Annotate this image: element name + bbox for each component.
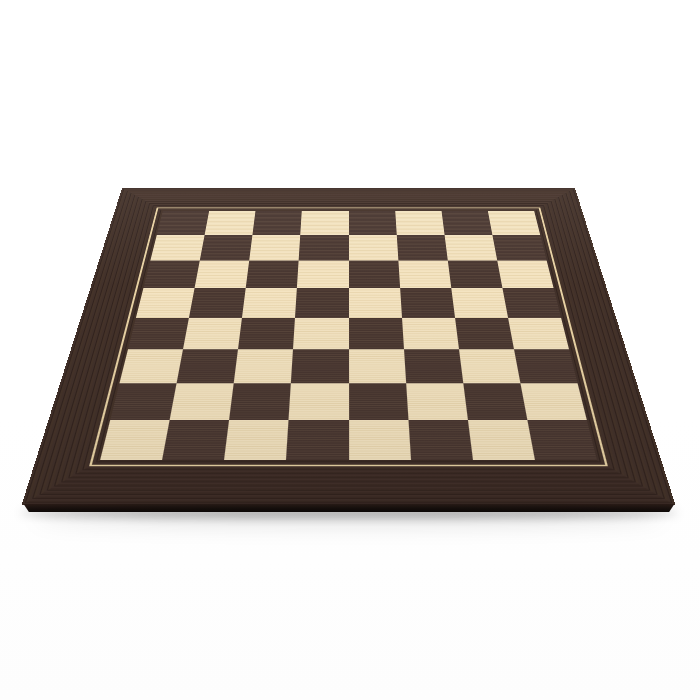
square-c6 [246,261,299,288]
square-c2 [229,383,291,420]
square-d7 [299,235,349,261]
square-b5 [189,288,246,317]
square-e4 [349,318,404,350]
square-a3 [119,349,183,383]
square-c4 [238,318,295,350]
square-b6 [195,261,250,288]
square-a8 [157,211,209,235]
square-f5 [400,288,455,317]
square-c1 [224,420,289,460]
square-g1 [468,420,535,460]
board-frame-top-rail [115,188,582,211]
square-g4 [455,318,514,350]
square-h2 [520,383,587,420]
square-c3 [234,349,293,383]
playing-field [100,211,597,460]
square-h7 [492,235,546,261]
square-f2 [406,383,468,420]
square-a6 [143,261,199,288]
square-b7 [200,235,253,261]
square-e7 [349,235,399,261]
square-g3 [459,349,521,383]
board-perspective-scene [0,0,700,700]
square-a7 [150,235,204,261]
square-d4 [293,318,348,350]
square-a2 [110,383,177,420]
board-cast-shadow-soft [34,510,664,525]
square-e3 [349,349,406,383]
square-h8 [488,211,540,235]
square-c8 [253,211,302,235]
square-h6 [497,261,553,288]
square-b2 [170,383,234,420]
square-e2 [349,383,409,420]
square-h4 [508,318,569,350]
square-h3 [514,349,578,383]
square-d8 [301,211,349,235]
square-b4 [183,318,242,350]
square-f7 [396,235,447,261]
square-h1 [527,420,597,460]
square-f1 [408,420,473,460]
square-b1 [162,420,229,460]
square-g2 [463,383,527,420]
square-f3 [404,349,463,383]
board-frame-bottom-rail [22,460,676,505]
chess-board [22,188,676,505]
square-f6 [398,261,451,288]
square-g6 [448,261,503,288]
square-d3 [291,349,348,383]
square-e5 [349,288,402,317]
square-h5 [502,288,561,317]
square-g5 [451,288,508,317]
square-a4 [128,318,189,350]
square-a5 [136,288,195,317]
square-d5 [295,288,348,317]
square-e8 [349,211,397,235]
square-d1 [286,420,348,460]
square-g7 [444,235,497,261]
square-d2 [289,383,349,420]
square-f4 [402,318,459,350]
square-c5 [242,288,297,317]
square-b3 [177,349,239,383]
square-b8 [205,211,256,235]
square-a1 [100,420,170,460]
square-d6 [297,261,348,288]
square-f8 [395,211,444,235]
square-g8 [441,211,492,235]
square-c7 [249,235,300,261]
product-photo-background [0,0,700,700]
square-e1 [349,420,411,460]
square-e6 [349,261,400,288]
